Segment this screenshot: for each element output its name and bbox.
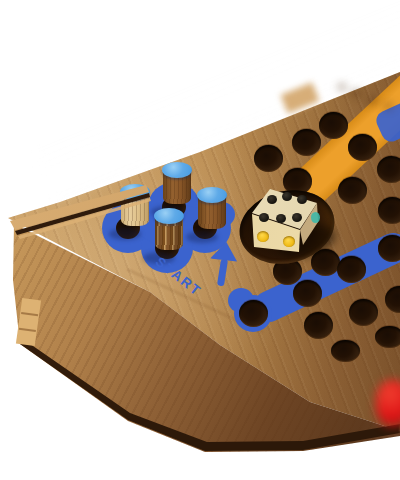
peg-blue-4[interactable] — [154, 208, 184, 258]
die-teal-paint-mark — [311, 212, 320, 223]
die-top-pip — [276, 214, 286, 223]
peg-blue-cap — [197, 187, 227, 203]
board-hole — [338, 177, 367, 204]
peg-blue-cap — [162, 162, 192, 178]
board-hole — [377, 156, 400, 183]
blurred-print-smudge — [352, 90, 361, 97]
board-hole — [337, 256, 366, 283]
joint-line — [21, 312, 38, 316]
peg-blue-3[interactable] — [197, 187, 227, 237]
blurred-print-smudge — [368, 97, 377, 104]
board-hole — [254, 145, 283, 172]
peg-blue-2[interactable] — [162, 162, 192, 212]
board-hole — [319, 112, 348, 139]
board-hole — [304, 312, 333, 339]
board-hole — [375, 326, 400, 348]
blurred-print-smudge — [338, 84, 346, 90]
die-top-pip — [297, 195, 307, 204]
product-photo-stage: START — [0, 0, 400, 480]
red-peg-blurred[interactable] — [376, 380, 400, 426]
die-front-pip — [283, 236, 295, 247]
blurred-print-smudge — [384, 103, 392, 109]
joint-line — [19, 328, 36, 332]
board-hole — [378, 197, 400, 224]
die-front-pip — [257, 231, 269, 242]
die-top-pip — [292, 213, 302, 222]
board-hole — [293, 280, 322, 307]
board-hole — [348, 134, 377, 161]
peg-blue-cap — [154, 208, 184, 224]
die-top-pip — [267, 195, 277, 204]
die-top-pip — [259, 213, 269, 222]
board-hole — [331, 340, 360, 362]
board-hole — [378, 235, 400, 262]
die-top-pip — [282, 192, 292, 201]
board-hole — [239, 300, 268, 327]
board-hole — [349, 299, 378, 326]
board-hole — [292, 129, 321, 156]
